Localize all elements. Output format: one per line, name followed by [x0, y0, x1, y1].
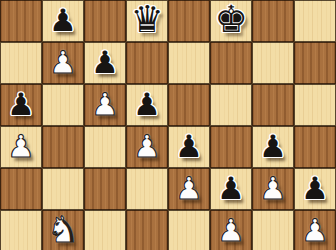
square-h4[interactable]: [294, 126, 336, 168]
square-b4[interactable]: [42, 126, 84, 168]
square-h2[interactable]: ♟: [294, 210, 336, 250]
square-f6[interactable]: [210, 42, 252, 84]
square-e7[interactable]: [168, 0, 210, 42]
white-pawn-piece[interactable]: ♟: [91, 89, 119, 120]
black-pawn-piece[interactable]: ♟: [49, 5, 77, 36]
square-c2[interactable]: [84, 210, 126, 250]
square-a6[interactable]: [0, 42, 42, 84]
chess-board-grid: ♟♛♚♟♟♟♟♟♟♟♟♟♟♟♟♟♞♟♟: [0, 0, 336, 250]
white-pawn-piece[interactable]: ♟: [217, 215, 245, 246]
black-pawn-piece[interactable]: ♟: [7, 89, 35, 120]
square-e5[interactable]: [168, 84, 210, 126]
square-g5[interactable]: [252, 84, 294, 126]
black-pawn-piece[interactable]: ♟: [301, 173, 329, 204]
black-pawn-piece[interactable]: ♟: [91, 47, 119, 78]
square-e4[interactable]: ♟: [168, 126, 210, 168]
white-knight-piece[interactable]: ♞: [47, 212, 79, 248]
black-pawn-piece[interactable]: ♟: [217, 173, 245, 204]
square-c6[interactable]: ♟: [84, 42, 126, 84]
square-c4[interactable]: [84, 126, 126, 168]
square-f3[interactable]: ♟: [210, 168, 252, 210]
square-c5[interactable]: ♟: [84, 84, 126, 126]
square-g4[interactable]: ♟: [252, 126, 294, 168]
black-pawn-piece[interactable]: ♟: [133, 89, 161, 120]
square-e3[interactable]: ♟: [168, 168, 210, 210]
square-d2[interactable]: [126, 210, 168, 250]
white-pawn-piece[interactable]: ♟: [7, 131, 35, 162]
square-h7[interactable]: [294, 0, 336, 42]
white-pawn-piece[interactable]: ♟: [133, 131, 161, 162]
square-b2[interactable]: ♞: [42, 210, 84, 250]
square-h5[interactable]: [294, 84, 336, 126]
square-e2[interactable]: [168, 210, 210, 250]
square-f2[interactable]: ♟: [210, 210, 252, 250]
square-c7[interactable]: [84, 0, 126, 42]
square-a7[interactable]: [0, 0, 42, 42]
square-f5[interactable]: [210, 84, 252, 126]
white-pawn-piece[interactable]: ♟: [301, 215, 329, 246]
square-d3[interactable]: [126, 168, 168, 210]
square-h6[interactable]: [294, 42, 336, 84]
square-a5[interactable]: ♟: [0, 84, 42, 126]
square-g7[interactable]: [252, 0, 294, 42]
square-a3[interactable]: [0, 168, 42, 210]
square-a2[interactable]: [0, 210, 42, 250]
black-queen-piece[interactable]: ♛: [130, 1, 163, 38]
black-pawn-piece[interactable]: ♟: [175, 131, 203, 162]
square-b7[interactable]: ♟: [42, 0, 84, 42]
square-e6[interactable]: [168, 42, 210, 84]
square-d7[interactable]: ♛: [126, 0, 168, 42]
square-b6[interactable]: ♟: [42, 42, 84, 84]
white-pawn-piece[interactable]: ♟: [49, 47, 77, 78]
square-g2[interactable]: [252, 210, 294, 250]
square-f4[interactable]: [210, 126, 252, 168]
square-d5[interactable]: ♟: [126, 84, 168, 126]
square-c3[interactable]: [84, 168, 126, 210]
square-h3[interactable]: ♟: [294, 168, 336, 210]
square-d4[interactable]: ♟: [126, 126, 168, 168]
chess-board: ♟♛♚♟♟♟♟♟♟♟♟♟♟♟♟♟♞♟♟: [0, 0, 336, 250]
square-b5[interactable]: [42, 84, 84, 126]
square-a4[interactable]: ♟: [0, 126, 42, 168]
white-pawn-piece[interactable]: ♟: [175, 173, 203, 204]
white-pawn-piece[interactable]: ♟: [259, 173, 287, 204]
square-d6[interactable]: [126, 42, 168, 84]
square-g3[interactable]: ♟: [252, 168, 294, 210]
black-pawn-piece[interactable]: ♟: [259, 131, 287, 162]
square-g6[interactable]: [252, 42, 294, 84]
black-king-piece[interactable]: ♚: [214, 1, 247, 38]
square-f7[interactable]: ♚: [210, 0, 252, 42]
square-b3[interactable]: [42, 168, 84, 210]
